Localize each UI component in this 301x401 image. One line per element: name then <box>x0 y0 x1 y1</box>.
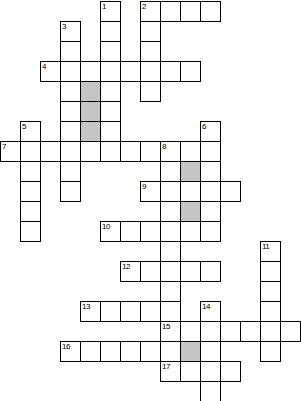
grid-cell[interactable] <box>100 301 121 322</box>
grid-cell[interactable] <box>100 61 121 82</box>
grid-cell[interactable]: 3 <box>60 21 81 42</box>
grid-cell[interactable]: 13 <box>80 301 101 322</box>
grid-cell[interactable] <box>20 201 41 222</box>
grid-cell[interactable] <box>100 21 121 42</box>
grid-cell[interactable] <box>160 241 181 262</box>
clue-number: 12 <box>122 262 130 271</box>
grid-cell[interactable]: 1 <box>100 1 121 22</box>
grid-cell[interactable]: 12 <box>120 261 141 282</box>
grid-cell[interactable] <box>160 221 181 242</box>
grid-cell[interactable] <box>60 141 81 162</box>
grid-cell[interactable] <box>200 361 221 382</box>
grid-cell[interactable] <box>60 61 81 82</box>
grid-cell[interactable] <box>200 381 221 401</box>
grid-cell[interactable] <box>160 201 181 222</box>
grid-cell[interactable] <box>200 221 221 242</box>
crossword-grid: 1234567891011121314151617 <box>0 0 301 401</box>
grid-cell[interactable]: 2 <box>140 1 161 22</box>
grid-cell[interactable] <box>100 101 121 122</box>
shaded-cell[interactable] <box>180 341 201 362</box>
clue-number: 6 <box>202 122 206 131</box>
grid-cell[interactable] <box>140 341 161 362</box>
clue-number: 11 <box>262 242 269 251</box>
grid-cell[interactable] <box>20 141 41 162</box>
grid-cell[interactable] <box>140 21 161 42</box>
grid-cell[interactable] <box>60 41 81 62</box>
grid-cell[interactable] <box>220 181 241 202</box>
shaded-cell[interactable] <box>180 161 201 182</box>
grid-cell[interactable] <box>120 301 141 322</box>
grid-cell[interactable] <box>260 281 281 302</box>
grid-cell[interactable] <box>200 181 221 202</box>
grid-cell[interactable] <box>180 361 201 382</box>
grid-cell[interactable] <box>180 61 201 82</box>
grid-cell[interactable] <box>60 81 81 102</box>
grid-cell[interactable]: 5 <box>20 121 41 142</box>
grid-cell[interactable] <box>20 181 41 202</box>
grid-cell[interactable] <box>160 301 181 322</box>
grid-cell[interactable] <box>180 261 201 282</box>
grid-cell[interactable] <box>40 141 61 162</box>
clue-number: 8 <box>162 142 166 151</box>
grid-cell[interactable] <box>80 341 101 362</box>
shaded-cell[interactable] <box>80 81 101 102</box>
grid-cell[interactable] <box>200 161 221 182</box>
grid-cell[interactable]: 9 <box>140 181 161 202</box>
grid-cell[interactable] <box>200 341 221 362</box>
grid-cell[interactable] <box>60 121 81 142</box>
clue-number: 17 <box>162 362 170 371</box>
grid-cell[interactable] <box>200 321 221 342</box>
grid-cell[interactable] <box>120 61 141 82</box>
grid-cell[interactable]: 16 <box>60 341 81 362</box>
clue-number: 1 <box>102 2 106 11</box>
grid-cell[interactable] <box>200 1 221 22</box>
grid-cell[interactable]: 8 <box>160 141 181 162</box>
grid-cell[interactable] <box>100 341 121 362</box>
grid-cell[interactable] <box>100 121 121 142</box>
grid-cell[interactable] <box>140 61 161 82</box>
grid-cell[interactable] <box>260 341 281 362</box>
grid-cell[interactable]: 10 <box>100 221 121 242</box>
grid-cell[interactable] <box>100 41 121 62</box>
grid-cell[interactable] <box>260 321 281 342</box>
grid-cell[interactable]: 4 <box>40 61 61 82</box>
shaded-cell[interactable] <box>80 101 101 122</box>
grid-cell[interactable] <box>60 161 81 182</box>
grid-cell[interactable]: 17 <box>160 361 181 382</box>
grid-cell[interactable] <box>20 161 41 182</box>
grid-cell[interactable] <box>100 141 121 162</box>
grid-cell[interactable] <box>260 261 281 282</box>
grid-cell[interactable] <box>180 141 201 162</box>
grid-cell[interactable] <box>140 301 161 322</box>
grid-cell[interactable] <box>180 1 201 22</box>
clue-number: 9 <box>142 182 146 191</box>
grid-cell[interactable] <box>160 341 181 362</box>
grid-cell[interactable]: 15 <box>160 321 181 342</box>
clue-number: 13 <box>82 302 90 311</box>
grid-cell[interactable] <box>140 81 161 102</box>
grid-cell[interactable] <box>80 141 101 162</box>
grid-cell[interactable] <box>200 201 221 222</box>
clue-number: 4 <box>42 62 46 71</box>
clue-number: 2 <box>142 2 146 11</box>
grid-cell[interactable] <box>160 281 181 302</box>
grid-cell[interactable] <box>120 221 141 242</box>
clue-number: 5 <box>22 122 26 131</box>
grid-cell[interactable] <box>200 141 221 162</box>
grid-cell[interactable] <box>240 321 261 342</box>
clue-number: 10 <box>102 222 110 231</box>
grid-cell[interactable] <box>60 101 81 122</box>
grid-cell[interactable] <box>80 61 101 82</box>
grid-cell[interactable] <box>220 361 241 382</box>
grid-cell[interactable] <box>160 1 181 22</box>
grid-cell[interactable]: 7 <box>0 141 21 162</box>
shaded-cell[interactable] <box>80 121 101 142</box>
grid-cell[interactable] <box>180 221 201 242</box>
grid-cell[interactable] <box>60 181 81 202</box>
grid-cell[interactable] <box>160 61 181 82</box>
shaded-cell[interactable] <box>180 201 201 222</box>
grid-cell[interactable] <box>120 341 141 362</box>
clue-number: 14 <box>202 302 210 311</box>
grid-cell[interactable] <box>280 321 301 342</box>
grid-cell[interactable] <box>100 81 121 102</box>
clue-number: 16 <box>62 342 70 351</box>
grid-cell[interactable] <box>160 161 181 182</box>
clue-number: 7 <box>2 142 6 151</box>
grid-cell[interactable] <box>220 321 241 342</box>
grid-cell[interactable] <box>200 261 221 282</box>
grid-cell[interactable] <box>140 141 161 162</box>
grid-cell[interactable]: 11 <box>260 241 281 262</box>
clue-number: 3 <box>62 22 66 31</box>
grid-cell[interactable] <box>140 41 161 62</box>
clue-number: 15 <box>162 322 170 331</box>
grid-cell[interactable] <box>120 141 141 162</box>
grid-cell[interactable] <box>180 321 201 342</box>
grid-cell[interactable]: 6 <box>200 121 221 142</box>
grid-cell[interactable] <box>180 181 201 202</box>
grid-cell[interactable] <box>160 181 181 202</box>
grid-cell[interactable]: 14 <box>200 301 221 322</box>
grid-cell[interactable] <box>160 261 181 282</box>
grid-cell[interactable] <box>20 221 41 242</box>
grid-cell[interactable] <box>140 261 161 282</box>
grid-cell[interactable] <box>260 301 281 322</box>
grid-cell[interactable] <box>140 221 161 242</box>
